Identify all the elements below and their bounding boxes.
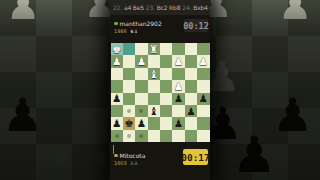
player-bottom-captured-tray: ♙♙ — [130, 160, 138, 166]
square-c2[interactable]: ♟ — [172, 55, 184, 67]
square-f6[interactable] — [135, 105, 147, 117]
online-dot — [114, 154, 118, 158]
black-pawn-icon: ♟ — [186, 106, 195, 117]
square-a2[interactable]: ♟ — [197, 55, 209, 67]
square-g4[interactable] — [123, 80, 135, 92]
square-c8[interactable] — [172, 130, 184, 142]
square-h7[interactable]: ♟ — [111, 117, 123, 129]
square-f8[interactable] — [135, 130, 147, 142]
move-number: 23. — [146, 4, 155, 11]
black-pawn-icon: ♟ — [199, 93, 208, 104]
square-h6[interactable] — [111, 105, 123, 117]
square-a5[interactable]: ♟ — [197, 93, 209, 105]
white-pawn-icon: ♟ — [174, 56, 183, 67]
move-number: 22. — [113, 4, 122, 11]
square-f3[interactable] — [135, 68, 147, 80]
square-c5[interactable]: ♟ — [172, 93, 184, 105]
square-f7[interactable]: ♟ — [135, 117, 147, 129]
white-pawn-icon: ♟ — [174, 81, 183, 92]
white-king-icon: ♚ — [112, 44, 121, 55]
square-f1[interactable] — [135, 43, 147, 55]
square-c7[interactable]: ♟ — [172, 117, 184, 129]
move-san[interactable]: Bxb4 gxh5 — [193, 4, 210, 11]
move-hint-dot[interactable] — [127, 109, 131, 113]
square-e1[interactable]: ♜ — [148, 43, 160, 55]
move-hint-dot[interactable] — [127, 134, 131, 138]
black-pawn-icon: ♟ — [112, 118, 121, 129]
square-f5[interactable] — [135, 93, 147, 105]
video-frame: ♟♟♟♟♟♟♟♟♟ 22.a4 Be523.Bc2 Rb824.Bxb4 gxh… — [0, 0, 320, 180]
square-d7[interactable] — [160, 117, 172, 129]
online-dot — [114, 22, 118, 26]
black-pawn-icon: ♟ — [174, 93, 183, 104]
square-b7[interactable] — [185, 117, 197, 129]
square-d1[interactable] — [160, 43, 172, 55]
player-top-name: manthan2902 — [120, 20, 162, 27]
square-g5[interactable] — [123, 93, 135, 105]
square-e7[interactable] — [148, 117, 160, 129]
move-hint-dot[interactable] — [139, 109, 143, 113]
square-c4[interactable]: ♟ — [172, 80, 184, 92]
black-king-icon: ♚ — [124, 118, 133, 129]
move-list[interactable]: 22.a4 Be523.Bc2 Rb824.Bxb4 gxh525.Bc3 a3… — [110, 0, 210, 15]
square-a6[interactable] — [197, 105, 209, 117]
move-hint-dot[interactable] — [139, 134, 143, 138]
square-c3[interactable] — [172, 68, 184, 80]
move-number: 24. — [182, 4, 191, 11]
square-g6[interactable] — [123, 105, 135, 117]
square-e4[interactable] — [148, 80, 160, 92]
black-pawn-icon: ♟ — [137, 118, 146, 129]
white-bishop-icon: ♝ — [149, 69, 158, 80]
player-top-rating: 1986 — [114, 28, 127, 34]
square-a3[interactable] — [197, 68, 209, 80]
square-b5[interactable] — [185, 93, 197, 105]
square-h4[interactable] — [111, 80, 123, 92]
square-d2[interactable] — [160, 55, 172, 67]
square-g8[interactable] — [123, 130, 135, 142]
player-top-captured-tray: ♞♝ — [130, 28, 138, 34]
chess-board[interactable]: ♚♜♟♟♟♟♝♟♟♟♟♝♟♟♚♟♟ — [111, 43, 210, 142]
move-hint-dot[interactable] — [115, 134, 119, 138]
player-bottom-row[interactable]: Mitocota — [114, 152, 145, 159]
black-pawn-icon: ♟ — [174, 118, 183, 129]
square-h2[interactable]: ♟ — [111, 55, 123, 67]
square-e8[interactable] — [148, 130, 160, 142]
square-c1[interactable] — [172, 43, 184, 55]
white-pawn-icon: ♟ — [199, 56, 208, 67]
square-e5[interactable] — [148, 93, 160, 105]
square-a8[interactable] — [197, 130, 209, 142]
square-a7[interactable] — [197, 117, 209, 129]
square-b8[interactable] — [185, 130, 197, 142]
square-f2[interactable]: ♟ — [135, 55, 147, 67]
square-g1[interactable] — [123, 43, 135, 55]
square-b4[interactable] — [185, 80, 197, 92]
player-top-clock: 00:12 — [184, 19, 208, 32]
square-h1[interactable]: ♚ — [111, 43, 123, 55]
player-top-row[interactable]: manthan2902 — [114, 20, 162, 27]
player-bottom-clock: 00:17 — [183, 149, 208, 165]
square-d3[interactable] — [160, 68, 172, 80]
white-pawn-icon: ♟ — [137, 56, 146, 67]
square-b3[interactable] — [185, 68, 197, 80]
player-top-rating-row: 1986 ♞♝ — [114, 28, 138, 34]
square-e6[interactable]: ♝ — [148, 105, 160, 117]
square-b1[interactable] — [185, 43, 197, 55]
square-e3[interactable]: ♝ — [148, 68, 160, 80]
square-a1[interactable] — [197, 43, 209, 55]
square-d4[interactable] — [160, 80, 172, 92]
square-e2[interactable] — [148, 55, 160, 67]
player-bottom-rating-row: 1603 ♙♙ — [114, 160, 138, 166]
square-b6[interactable]: ♟ — [185, 105, 197, 117]
square-h3[interactable] — [111, 68, 123, 80]
square-g2[interactable] — [123, 55, 135, 67]
white-pawn-icon: ♟ — [112, 56, 121, 67]
player-bottom-rating: 1603 — [114, 160, 127, 166]
move-san[interactable]: Bc2 Rb8 — [157, 4, 181, 11]
square-g7[interactable]: ♚ — [123, 117, 135, 129]
black-bishop-icon: ♝ — [149, 106, 158, 117]
square-f4[interactable] — [135, 80, 147, 92]
white-rook-icon: ♜ — [149, 44, 158, 55]
square-a4[interactable] — [197, 80, 209, 92]
square-c6[interactable] — [172, 105, 184, 117]
square-d5[interactable] — [160, 93, 172, 105]
player-bottom-name: Mitocota — [120, 152, 146, 159]
move-san[interactable]: a4 Be5 — [124, 4, 144, 11]
chess-app-column: 22.a4 Be523.Bc2 Rb824.Bxb4 gxh525.Bc3 a3… — [110, 0, 210, 180]
square-b2[interactable] — [185, 55, 197, 67]
square-d8[interactable] — [160, 130, 172, 142]
square-h8[interactable] — [111, 130, 123, 142]
square-g3[interactable] — [123, 68, 135, 80]
square-d6[interactable] — [160, 105, 172, 117]
square-h5[interactable]: ♟ — [111, 93, 123, 105]
black-pawn-icon: ♟ — [112, 93, 121, 104]
